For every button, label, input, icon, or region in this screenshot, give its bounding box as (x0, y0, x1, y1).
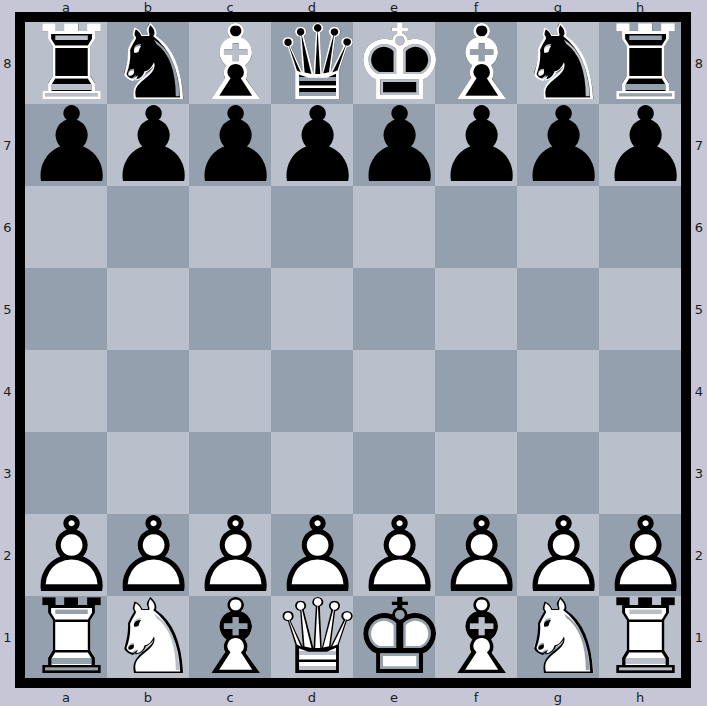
piece-outline-glyph: ♘ (517, 22, 599, 104)
black-pawn-a7[interactable]: ♟ (25, 104, 107, 186)
black-pawn-b7[interactable]: ♟ (107, 104, 189, 186)
piece-outline-glyph: ♖ (25, 22, 107, 104)
file-labels-bottom: abcdefgh (25, 688, 681, 706)
square-a5[interactable] (25, 268, 107, 350)
piece-fill-glyph: ♞ (517, 22, 599, 104)
white-bishop-f1[interactable]: ♝♗ (435, 596, 517, 678)
piece-outline-glyph: ♖ (599, 22, 681, 104)
square-d1[interactable]: ♛♕ (271, 596, 353, 678)
rank-label-2: 2 (691, 514, 707, 596)
black-pawn-d7[interactable]: ♟ (271, 104, 353, 186)
file-label-b: b (107, 688, 189, 706)
piece-outline-glyph: ♗ (189, 596, 271, 678)
file-label-c: c (189, 688, 271, 706)
piece-outline-glyph: ♕ (271, 596, 353, 678)
piece-fill-glyph: ♟ (107, 514, 189, 596)
white-rook-h1[interactable]: ♜♖ (599, 596, 681, 678)
square-a7[interactable]: ♟ (25, 104, 107, 186)
square-f3[interactable] (435, 432, 517, 514)
chess-board: ♜♖♞♘♝♗♛♕♚♔♝♗♞♘♜♖♟♟♟♟♟♟♟♟♟♙♟♙♟♙♟♙♟♙♟♙♟♙♟♙… (15, 12, 691, 688)
square-g4[interactable] (517, 350, 599, 432)
square-a1[interactable]: ♜♖ (25, 596, 107, 678)
square-g8[interactable]: ♞♘ (517, 22, 599, 104)
square-b4[interactable] (107, 350, 189, 432)
piece-fill-glyph: ♟ (271, 104, 353, 186)
piece-fill-glyph: ♛ (271, 22, 353, 104)
square-d6[interactable] (271, 186, 353, 268)
piece-fill-glyph: ♜ (599, 22, 681, 104)
piece-outline-glyph: ♙ (271, 514, 353, 596)
square-h5[interactable] (599, 268, 681, 350)
white-pawn-f2[interactable]: ♟♙ (435, 514, 517, 596)
piece-fill-glyph: ♜ (599, 596, 681, 678)
piece-fill-glyph: ♟ (25, 104, 107, 186)
square-f5[interactable] (435, 268, 517, 350)
square-f6[interactable] (435, 186, 517, 268)
piece-fill-glyph: ♟ (189, 104, 271, 186)
square-h1[interactable]: ♜♖ (599, 596, 681, 678)
square-d7[interactable]: ♟ (271, 104, 353, 186)
black-rook-h8[interactable]: ♜♖ (599, 22, 681, 104)
square-d3[interactable] (271, 432, 353, 514)
square-e7[interactable]: ♟ (353, 104, 435, 186)
square-b5[interactable] (107, 268, 189, 350)
piece-fill-glyph: ♚ (353, 22, 435, 104)
piece-outline-glyph: ♙ (517, 514, 599, 596)
rank-label-6: 6 (0, 186, 15, 268)
piece-fill-glyph: ♝ (435, 596, 517, 678)
square-e5[interactable] (353, 268, 435, 350)
white-pawn-h2[interactable]: ♟♙ (599, 514, 681, 596)
white-pawn-d2[interactable]: ♟♙ (271, 514, 353, 596)
square-f2[interactable]: ♟♙ (435, 514, 517, 596)
square-g5[interactable] (517, 268, 599, 350)
square-f4[interactable] (435, 350, 517, 432)
square-g3[interactable] (517, 432, 599, 514)
piece-fill-glyph: ♝ (189, 596, 271, 678)
rank-labels-left: 87654321 (0, 22, 15, 678)
piece-fill-glyph: ♜ (25, 22, 107, 104)
square-a3[interactable] (25, 432, 107, 514)
square-g2[interactable]: ♟♙ (517, 514, 599, 596)
rank-label-7: 7 (691, 104, 707, 186)
square-g6[interactable] (517, 186, 599, 268)
piece-outline-glyph: ♗ (189, 22, 271, 104)
piece-fill-glyph: ♟ (435, 514, 517, 596)
black-bishop-c8[interactable]: ♝♗ (189, 22, 271, 104)
piece-outline-glyph: ♙ (107, 514, 189, 596)
piece-fill-glyph: ♟ (517, 514, 599, 596)
square-c3[interactable] (189, 432, 271, 514)
piece-outline-glyph: ♔ (353, 596, 435, 678)
rank-label-3: 3 (691, 432, 707, 514)
square-f8[interactable]: ♝♗ (435, 22, 517, 104)
square-c5[interactable] (189, 268, 271, 350)
square-g1[interactable]: ♞♘ (517, 596, 599, 678)
square-a4[interactable] (25, 350, 107, 432)
file-label-e: e (353, 688, 435, 706)
square-e4[interactable] (353, 350, 435, 432)
square-e6[interactable] (353, 186, 435, 268)
rank-label-4: 4 (691, 350, 707, 432)
square-h3[interactable] (599, 432, 681, 514)
white-rook-a1[interactable]: ♜♖ (25, 596, 107, 678)
piece-outline-glyph: ♖ (25, 596, 107, 678)
rank-label-3: 3 (0, 432, 15, 514)
piece-fill-glyph: ♟ (599, 104, 681, 186)
file-label-d: d (271, 688, 353, 706)
black-rook-a8[interactable]: ♜♖ (25, 22, 107, 104)
black-knight-b8[interactable]: ♞♘ (107, 22, 189, 104)
rank-label-8: 8 (691, 22, 707, 104)
square-b6[interactable] (107, 186, 189, 268)
file-label-g: g (517, 688, 599, 706)
file-labels-top: abcdefgh (25, 0, 681, 12)
rank-label-6: 6 (691, 186, 707, 268)
square-c8[interactable]: ♝♗ (189, 22, 271, 104)
white-pawn-a2[interactable]: ♟♙ (25, 514, 107, 596)
piece-fill-glyph: ♟ (435, 104, 517, 186)
piece-fill-glyph: ♟ (189, 514, 271, 596)
square-d2[interactable]: ♟♙ (271, 514, 353, 596)
square-h7[interactable]: ♟ (599, 104, 681, 186)
square-d8[interactable]: ♛♕ (271, 22, 353, 104)
square-c6[interactable] (189, 186, 271, 268)
square-a6[interactable] (25, 186, 107, 268)
piece-fill-glyph: ♝ (435, 22, 517, 104)
piece-outline-glyph: ♙ (435, 514, 517, 596)
piece-fill-glyph: ♞ (517, 596, 599, 678)
square-a8[interactable]: ♜♖ (25, 22, 107, 104)
file-label-f: f (435, 688, 517, 706)
rank-label-1: 1 (691, 596, 707, 678)
square-b1[interactable]: ♞♘ (107, 596, 189, 678)
piece-fill-glyph: ♝ (189, 22, 271, 104)
square-c2[interactable]: ♟♙ (189, 514, 271, 596)
black-bishop-f8[interactable]: ♝♗ (435, 22, 517, 104)
white-king-e1[interactable]: ♚♔ (353, 596, 435, 678)
black-queen-d8[interactable]: ♛♕ (271, 22, 353, 104)
piece-outline-glyph: ♗ (435, 22, 517, 104)
piece-outline-glyph: ♘ (107, 596, 189, 678)
piece-fill-glyph: ♟ (25, 514, 107, 596)
rank-label-8: 8 (0, 22, 15, 104)
piece-fill-glyph: ♜ (25, 596, 107, 678)
square-c4[interactable] (189, 350, 271, 432)
white-pawn-g2[interactable]: ♟♙ (517, 514, 599, 596)
rank-label-5: 5 (691, 268, 707, 350)
piece-outline-glyph: ♕ (271, 22, 353, 104)
rank-labels-right: 87654321 (691, 22, 707, 678)
white-bishop-c1[interactable]: ♝♗ (189, 596, 271, 678)
white-pawn-c2[interactable]: ♟♙ (189, 514, 271, 596)
piece-outline-glyph: ♙ (599, 514, 681, 596)
piece-fill-glyph: ♟ (599, 514, 681, 596)
white-knight-g1[interactable]: ♞♘ (517, 596, 599, 678)
piece-fill-glyph: ♚ (353, 596, 435, 678)
square-h6[interactable] (599, 186, 681, 268)
piece-outline-glyph: ♘ (107, 22, 189, 104)
piece-outline-glyph: ♘ (517, 596, 599, 678)
square-g7[interactable]: ♟ (517, 104, 599, 186)
piece-fill-glyph: ♟ (353, 104, 435, 186)
piece-fill-glyph: ♟ (353, 514, 435, 596)
chess-diagram: abcdefgh 87654321 87654321 ♜♖♞♘♝♗♛♕♚♔♝♗♞… (0, 0, 707, 706)
square-b2[interactable]: ♟♙ (107, 514, 189, 596)
file-label-h: h (599, 688, 681, 706)
square-a2[interactable]: ♟♙ (25, 514, 107, 596)
white-pawn-e2[interactable]: ♟♙ (353, 514, 435, 596)
square-f1[interactable]: ♝♗ (435, 596, 517, 678)
black-king-e8[interactable]: ♚♔ (353, 22, 435, 104)
black-pawn-c7[interactable]: ♟ (189, 104, 271, 186)
square-h2[interactable]: ♟♙ (599, 514, 681, 596)
rank-label-1: 1 (0, 596, 15, 678)
square-e2[interactable]: ♟♙ (353, 514, 435, 596)
piece-outline-glyph: ♙ (353, 514, 435, 596)
piece-outline-glyph: ♖ (599, 596, 681, 678)
piece-fill-glyph: ♞ (107, 22, 189, 104)
piece-fill-glyph: ♛ (271, 596, 353, 678)
square-e1[interactable]: ♚♔ (353, 596, 435, 678)
piece-outline-glyph: ♔ (353, 22, 435, 104)
square-d4[interactable] (271, 350, 353, 432)
black-pawn-e7[interactable]: ♟ (353, 104, 435, 186)
piece-fill-glyph: ♟ (517, 104, 599, 186)
piece-outline-glyph: ♗ (435, 596, 517, 678)
square-e8[interactable]: ♚♔ (353, 22, 435, 104)
piece-fill-glyph: ♟ (107, 104, 189, 186)
square-c1[interactable]: ♝♗ (189, 596, 271, 678)
piece-fill-glyph: ♞ (107, 596, 189, 678)
file-label-a: a (25, 688, 107, 706)
piece-outline-glyph: ♙ (25, 514, 107, 596)
piece-fill-glyph: ♟ (271, 514, 353, 596)
square-h4[interactable] (599, 350, 681, 432)
rank-label-5: 5 (0, 268, 15, 350)
black-knight-g8[interactable]: ♞♘ (517, 22, 599, 104)
square-f7[interactable]: ♟ (435, 104, 517, 186)
black-pawn-h7[interactable]: ♟ (599, 104, 681, 186)
rank-label-2: 2 (0, 514, 15, 596)
square-d5[interactable] (271, 268, 353, 350)
square-h8[interactable]: ♜♖ (599, 22, 681, 104)
piece-outline-glyph: ♙ (189, 514, 271, 596)
square-c7[interactable]: ♟ (189, 104, 271, 186)
white-queen-d1[interactable]: ♛♕ (271, 596, 353, 678)
square-b3[interactable] (107, 432, 189, 514)
square-b7[interactable]: ♟ (107, 104, 189, 186)
rank-label-4: 4 (0, 350, 15, 432)
square-e3[interactable] (353, 432, 435, 514)
black-pawn-f7[interactable]: ♟ (435, 104, 517, 186)
white-knight-b1[interactable]: ♞♘ (107, 596, 189, 678)
white-pawn-b2[interactable]: ♟♙ (107, 514, 189, 596)
black-pawn-g7[interactable]: ♟ (517, 104, 599, 186)
square-b8[interactable]: ♞♘ (107, 22, 189, 104)
rank-label-7: 7 (0, 104, 15, 186)
